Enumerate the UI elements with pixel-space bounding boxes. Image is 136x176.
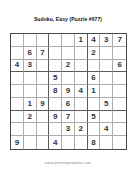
cell-r7c6 [75,111,88,124]
cell-r5c2 [24,85,37,98]
cell-r1c2 [24,34,37,47]
cell-r6c8: 5 [100,98,113,111]
cell-r4c4: 5 [49,72,62,85]
cell-r9c7: 8 [88,136,101,149]
cell-r5c5: 9 [62,85,75,98]
cell-r4c2 [24,72,37,85]
cell-r1c1 [11,34,24,47]
cell-r2c6 [75,47,88,60]
footer-url: www.printmysudoku.com [0,160,136,165]
cell-r6c4 [49,98,62,111]
cell-r8c1 [11,123,24,136]
cell-r5c9 [113,85,126,98]
cell-r4c8 [100,72,113,85]
cell-r1c5 [62,34,75,47]
page-title: Sudoku, Easy (Puzzle #677) [0,16,136,22]
cell-r8c4 [49,123,62,136]
cell-r9c2 [24,136,37,149]
cell-r3c2: 3 [24,60,37,73]
cell-r3c5: 2 [62,60,75,73]
cell-r7c4: 9 [49,111,62,124]
cell-r2c1 [11,47,24,60]
cell-r2c9 [113,47,126,60]
cell-r7c1 [11,111,24,124]
cell-r1c8: 3 [100,34,113,47]
cell-r9c9 [113,136,126,149]
cell-r3c7 [88,60,101,73]
cell-r6c2: 1 [24,98,37,111]
cell-r5c1 [11,85,24,98]
cell-r8c6: 2 [75,123,88,136]
cell-r6c7 [88,98,101,111]
cell-r3c4 [49,60,62,73]
cell-r6c3: 9 [37,98,50,111]
cell-r4c9 [113,72,126,85]
cell-r1c3 [37,34,50,47]
cell-r4c1 [11,72,24,85]
cell-r2c7: 2 [88,47,101,60]
sudoku-grid: 1437672432656894119652975324948 [10,33,127,150]
cell-r2c3: 7 [37,47,50,60]
cell-r6c9 [113,98,126,111]
cell-r5c6: 4 [75,85,88,98]
cell-r4c3 [37,72,50,85]
cell-r8c9 [113,123,126,136]
cell-r7c3 [37,111,50,124]
cell-r3c6 [75,60,88,73]
cell-r1c7: 4 [88,34,101,47]
cell-r8c8: 4 [100,123,113,136]
cell-r1c9: 7 [113,34,126,47]
cell-r7c2: 2 [24,111,37,124]
cell-r4c5 [62,72,75,85]
cell-r9c1: 9 [11,136,24,149]
cell-r8c7 [88,123,101,136]
printable-sudoku-page: Sudoku, Easy (Puzzle #677) 1437672432656… [0,0,136,176]
cell-r9c6 [75,136,88,149]
cell-r2c2: 6 [24,47,37,60]
cell-r9c4: 4 [49,136,62,149]
cell-r6c1 [11,98,24,111]
cell-r7c8 [100,111,113,124]
cell-r8c3 [37,123,50,136]
cell-r3c3 [37,60,50,73]
cell-r4c7: 6 [88,72,101,85]
cell-r2c4 [49,47,62,60]
cell-r7c9 [113,111,126,124]
cell-r3c9: 6 [113,60,126,73]
cell-r5c3 [37,85,50,98]
cell-r6c5: 6 [62,98,75,111]
cell-r7c7: 5 [88,111,101,124]
cell-r8c5: 3 [62,123,75,136]
cell-r2c8 [100,47,113,60]
cell-r3c1: 4 [11,60,24,73]
cell-r7c5: 7 [62,111,75,124]
cell-r5c8 [100,85,113,98]
cell-r5c4: 8 [49,85,62,98]
cell-r3c8 [100,60,113,73]
cell-r9c5 [62,136,75,149]
cell-r2c5 [62,47,75,60]
cell-r8c2 [24,123,37,136]
cell-r6c6 [75,98,88,111]
cell-r1c4 [49,34,62,47]
cell-r1c6: 1 [75,34,88,47]
cell-r9c8 [100,136,113,149]
cell-r9c3 [37,136,50,149]
cell-r5c7: 1 [88,85,101,98]
cell-r4c6 [75,72,88,85]
